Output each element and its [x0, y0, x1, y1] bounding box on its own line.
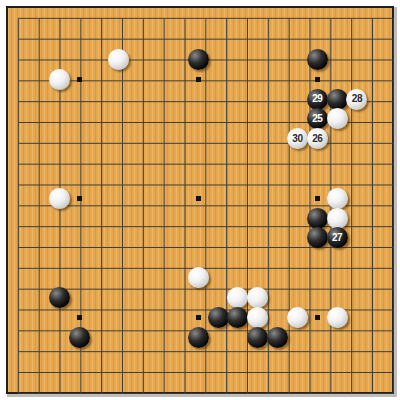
stone-N3[interactable]: [247, 327, 268, 348]
stone-O3[interactable]: [267, 327, 288, 348]
stone-R8[interactable]: 27: [327, 227, 348, 248]
stone-L4[interactable]: [208, 307, 229, 328]
stone-P13[interactable]: 30: [287, 128, 308, 149]
go-diagram: { "game": "go", "board_size": 19, "color…: [0, 0, 400, 400]
stone-R15[interactable]: [327, 89, 348, 110]
stone-R4[interactable]: [327, 307, 348, 328]
stone-F17[interactable]: [108, 49, 129, 70]
star-point: [196, 196, 201, 201]
stone-Q14[interactable]: 25: [307, 108, 328, 129]
stone-C5[interactable]: [49, 287, 70, 308]
stone-K17[interactable]: [188, 49, 209, 70]
move-number: 28: [346, 89, 367, 110]
stone-P4[interactable]: [287, 307, 308, 328]
stone-Q8[interactable]: [307, 227, 328, 248]
stone-N5[interactable]: [247, 287, 268, 308]
stone-Q13[interactable]: 26: [307, 128, 328, 149]
star-point: [196, 315, 201, 320]
stone-R9[interactable]: [327, 208, 348, 229]
stone-M4[interactable]: [227, 307, 248, 328]
stone-R14[interactable]: [327, 108, 348, 129]
stone-N4[interactable]: [247, 307, 268, 328]
stone-K6[interactable]: [188, 267, 209, 288]
stone-M5[interactable]: [227, 287, 248, 308]
star-point: [77, 196, 82, 201]
stone-S15[interactable]: 28: [346, 89, 367, 110]
stone-D3[interactable]: [69, 327, 90, 348]
stone-Q9[interactable]: [307, 208, 328, 229]
stone-C10[interactable]: [49, 188, 70, 209]
move-number: 25: [307, 108, 328, 129]
star-point: [196, 77, 201, 82]
stone-K3[interactable]: [188, 327, 209, 348]
stone-R10[interactable]: [327, 188, 348, 209]
stone-Q15[interactable]: 29: [307, 89, 328, 110]
stone-Q17[interactable]: [307, 49, 328, 70]
star-point: [77, 315, 82, 320]
move-number: 27: [327, 227, 348, 248]
star-point: [315, 315, 320, 320]
star-point: [315, 77, 320, 82]
move-number: 26: [307, 128, 328, 149]
stones-layer: 292825302627: [0, 0, 400, 400]
star-point: [315, 196, 320, 201]
star-point: [77, 77, 82, 82]
move-number: 30: [287, 128, 308, 149]
stone-C16[interactable]: [49, 69, 70, 90]
move-number: 29: [307, 89, 328, 110]
